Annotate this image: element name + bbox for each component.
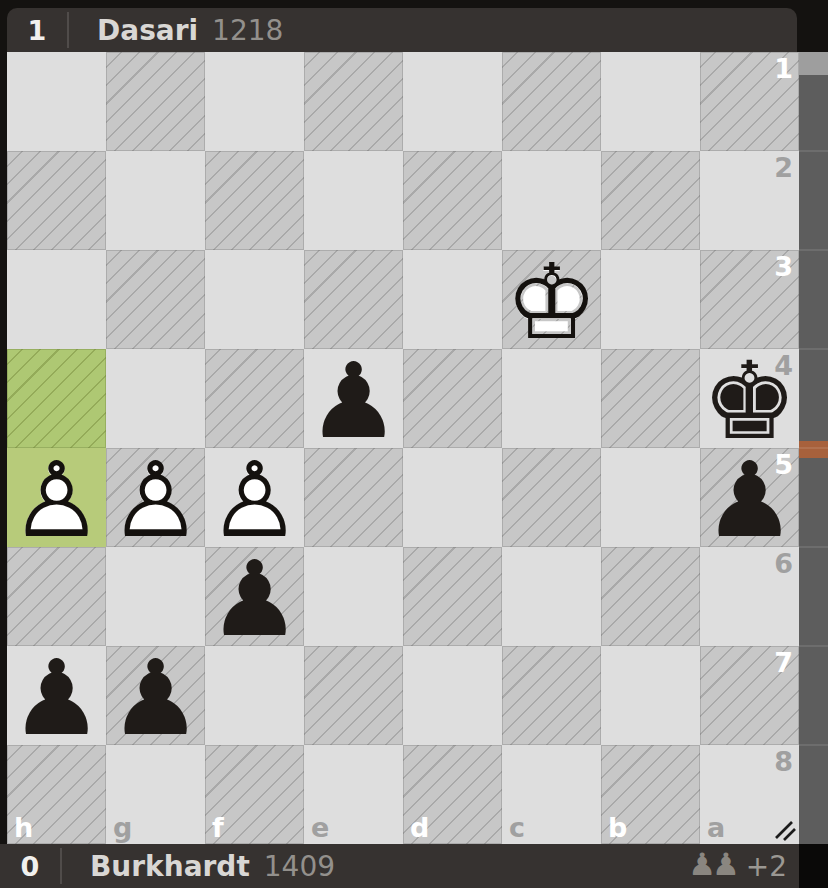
sidebar-rank-line [799, 546, 828, 548]
top-player-score: 1 [7, 15, 67, 46]
file-label-g: g [113, 814, 132, 841]
white-king[interactable]: ♔ [502, 252, 601, 351]
sidebar-rank-line [799, 744, 828, 746]
material-advantage: ♟♟ +2 [688, 850, 787, 883]
rank-label-3: 3 [774, 253, 793, 280]
square-b5[interactable] [601, 448, 700, 547]
square-f3[interactable] [205, 250, 304, 349]
bottom-player-rating: 1409 [264, 850, 335, 883]
square-e3[interactable] [304, 250, 403, 349]
square-h2[interactable] [7, 151, 106, 250]
rank-label-8: 8 [774, 748, 793, 775]
square-g1[interactable] [106, 52, 205, 151]
rank-label-6: 6 [774, 550, 793, 577]
square-h7[interactable]: ♟ [7, 646, 106, 745]
square-a2[interactable]: 2 [700, 151, 799, 250]
chess-board[interactable]: 12♚♔3♟♔♚4♟♙♟♙♟♙♟5♟6♟♟7hgfedcb8a [7, 52, 799, 844]
white-pawn[interactable]: ♟ [106, 450, 204, 548]
square-h1[interactable] [7, 52, 106, 151]
square-b2[interactable] [601, 151, 700, 250]
white-pawn[interactable]: ♙ [7, 450, 106, 549]
bottom-player-name: Burkhardt [90, 850, 250, 883]
square-b1[interactable] [601, 52, 700, 151]
square-c7[interactable] [502, 646, 601, 745]
square-c8[interactable]: c [502, 745, 601, 844]
top-player-bar: 1 Dasari 1218 [7, 8, 797, 52]
square-h5[interactable]: ♟♙ [7, 448, 106, 547]
square-e6[interactable] [304, 547, 403, 646]
square-e1[interactable] [304, 52, 403, 151]
bottom-right-corner [799, 844, 828, 888]
file-label-b: b [608, 814, 627, 841]
bottom-player-bar: 0 Burkhardt 1409 ♟♟ +2 [0, 844, 799, 888]
square-f5[interactable]: ♟♙ [205, 448, 304, 547]
square-e2[interactable] [304, 151, 403, 250]
square-b7[interactable] [601, 646, 700, 745]
white-pawn[interactable]: ♟ [7, 450, 105, 548]
file-label-f: f [212, 814, 224, 841]
sidebar-rank-line [799, 348, 828, 350]
square-a6[interactable]: 6 [700, 547, 799, 646]
square-e8[interactable]: e [304, 745, 403, 844]
square-b4[interactable] [601, 349, 700, 448]
square-d6[interactable] [403, 547, 502, 646]
square-d3[interactable] [403, 250, 502, 349]
square-b8[interactable]: b [601, 745, 700, 844]
square-a3[interactable]: 3 [700, 250, 799, 349]
white-pawn[interactable]: ♙ [205, 450, 304, 549]
file-label-d: d [410, 814, 429, 841]
bar-divider [67, 12, 69, 48]
square-h8[interactable]: h [7, 745, 106, 844]
square-b3[interactable] [601, 250, 700, 349]
square-d5[interactable] [403, 448, 502, 547]
scroll-thumb[interactable] [799, 52, 828, 75]
square-c2[interactable] [502, 151, 601, 250]
white-pawn[interactable]: ♟ [205, 450, 303, 548]
square-g6[interactable] [106, 547, 205, 646]
square-h6[interactable] [7, 547, 106, 646]
sidebar-rank-line [799, 447, 828, 449]
top-player-rating: 1218 [212, 14, 283, 47]
square-g7[interactable]: ♟ [106, 646, 205, 745]
file-label-c: c [509, 814, 525, 841]
square-e7[interactable] [304, 646, 403, 745]
file-label-e: e [311, 814, 329, 841]
square-c4[interactable] [502, 349, 601, 448]
square-f2[interactable] [205, 151, 304, 250]
square-d2[interactable] [403, 151, 502, 250]
black-pawn[interactable]: ♟ [205, 549, 304, 648]
rank-label-7: 7 [774, 649, 793, 676]
rank-label-4: 4 [774, 352, 793, 379]
square-c6[interactable] [502, 547, 601, 646]
square-f8[interactable]: f [205, 745, 304, 844]
material-count: +2 [746, 850, 787, 883]
square-g3[interactable] [106, 250, 205, 349]
sidebar-rank-line [799, 249, 828, 251]
square-d7[interactable] [403, 646, 502, 745]
square-c5[interactable] [502, 448, 601, 547]
board-resize-handle-icon[interactable] [773, 818, 797, 842]
black-pawn[interactable]: ♟ [7, 648, 106, 747]
file-label-h: h [14, 814, 33, 841]
current-move-marker [799, 441, 828, 458]
square-c3[interactable]: ♚♔ [502, 250, 601, 349]
sidebar-rank-line [799, 150, 828, 152]
black-pawn[interactable]: ♟ [304, 351, 403, 450]
bar-divider [60, 848, 62, 884]
square-d8[interactable]: d [403, 745, 502, 844]
square-f6[interactable]: ♟ [205, 547, 304, 646]
square-g4[interactable] [106, 349, 205, 448]
square-a4[interactable]: ♔♚4 [700, 349, 799, 448]
square-e4[interactable]: ♟ [304, 349, 403, 448]
square-e5[interactable] [304, 448, 403, 547]
rank-label-2: 2 [774, 154, 793, 181]
square-f1[interactable] [205, 52, 304, 151]
square-b6[interactable] [601, 547, 700, 646]
scroll-track[interactable] [799, 52, 828, 844]
black-pawn[interactable]: ♟ [106, 648, 205, 747]
square-f7[interactable] [205, 646, 304, 745]
white-king[interactable]: ♚ [502, 252, 600, 350]
rank-label-1: 1 [774, 55, 793, 82]
square-f4[interactable] [205, 349, 304, 448]
square-g8[interactable]: g [106, 745, 205, 844]
captured-pawns-icon: ♟♟ [688, 849, 736, 880]
square-g2[interactable] [106, 151, 205, 250]
square-d4[interactable] [403, 349, 502, 448]
square-h3[interactable] [7, 250, 106, 349]
sidebar-rank-line [799, 645, 828, 647]
square-a8[interactable]: 8a [700, 745, 799, 844]
file-label-a: a [707, 814, 725, 841]
square-h4[interactable] [7, 349, 106, 448]
square-a5[interactable]: ♟5 [700, 448, 799, 547]
square-c1[interactable] [502, 52, 601, 151]
square-a1[interactable]: 1 [700, 52, 799, 151]
square-d1[interactable] [403, 52, 502, 151]
white-pawn[interactable]: ♙ [106, 450, 205, 549]
rank-label-5: 5 [774, 451, 793, 478]
bottom-player-score: 0 [0, 851, 60, 882]
square-g5[interactable]: ♟♙ [106, 448, 205, 547]
top-player-name: Dasari [97, 14, 198, 47]
square-a7[interactable]: 7 [700, 646, 799, 745]
